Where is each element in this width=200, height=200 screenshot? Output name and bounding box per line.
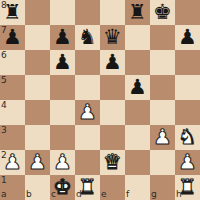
square-b2[interactable]: ♟ [25, 150, 50, 175]
square-f1[interactable]: f [125, 175, 150, 200]
square-g8[interactable]: ♚ [150, 0, 175, 25]
square-c6[interactable]: ♟ [50, 50, 75, 75]
white-pawn[interactable]: ♟ [75, 100, 100, 125]
square-e7[interactable]: ♛ [100, 25, 125, 50]
square-b5[interactable] [25, 75, 50, 100]
rank-label-5: 5 [1, 76, 7, 85]
square-d4[interactable]: ♟ [75, 100, 100, 125]
square-c8[interactable] [50, 0, 75, 25]
square-g7[interactable] [150, 25, 175, 50]
square-a3[interactable]: 3 [0, 125, 25, 150]
square-b1[interactable]: b [25, 175, 50, 200]
square-a6[interactable]: 6 [0, 50, 25, 75]
square-d1[interactable]: d♜ [75, 175, 100, 200]
square-g6[interactable] [150, 50, 175, 75]
square-e5[interactable] [100, 75, 125, 100]
black-king[interactable]: ♚ [150, 0, 175, 25]
square-a5[interactable]: 5 [0, 75, 25, 100]
file-label-d: d [76, 190, 82, 199]
chess-app: 8♜♜♚7♟♟♞♛♟6♟♟5♟4♟3♟♞2♟♟♟♛♟1abc♚d♜efgh♜ [0, 0, 200, 200]
black-rook[interactable]: ♜ [125, 0, 150, 25]
square-e1[interactable]: e [100, 175, 125, 200]
black-pawn[interactable]: ♟ [100, 50, 125, 75]
square-h6[interactable] [175, 50, 200, 75]
square-c5[interactable] [50, 75, 75, 100]
square-f2[interactable] [125, 150, 150, 175]
square-a8[interactable]: 8♜ [0, 0, 25, 25]
square-b3[interactable] [25, 125, 50, 150]
file-label-a: a [1, 190, 7, 199]
square-d7[interactable]: ♞ [75, 25, 100, 50]
square-h8[interactable] [175, 0, 200, 25]
square-d5[interactable] [75, 75, 100, 100]
square-h2[interactable]: ♟ [175, 150, 200, 175]
square-h4[interactable] [175, 100, 200, 125]
black-pawn[interactable]: ♟ [175, 25, 200, 50]
square-a1[interactable]: 1a [0, 175, 25, 200]
square-h1[interactable]: h♜ [175, 175, 200, 200]
white-knight[interactable]: ♞ [175, 125, 200, 150]
square-g5[interactable] [150, 75, 175, 100]
square-h7[interactable]: ♟ [175, 25, 200, 50]
rank-label-7: 7 [1, 26, 7, 35]
black-knight[interactable]: ♞ [75, 25, 100, 50]
square-c3[interactable] [50, 125, 75, 150]
square-d2[interactable] [75, 150, 100, 175]
black-pawn[interactable]: ♟ [50, 25, 75, 50]
square-h5[interactable] [175, 75, 200, 100]
rank-label-4: 4 [1, 101, 7, 110]
square-g4[interactable] [150, 100, 175, 125]
square-f3[interactable] [125, 125, 150, 150]
square-g2[interactable] [150, 150, 175, 175]
square-c7[interactable]: ♟ [50, 25, 75, 50]
rank-label-8: 8 [1, 1, 7, 10]
square-f5[interactable]: ♟ [125, 75, 150, 100]
white-pawn[interactable]: ♟ [150, 125, 175, 150]
square-b4[interactable] [25, 100, 50, 125]
square-a7[interactable]: 7♟ [0, 25, 25, 50]
black-pawn[interactable]: ♟ [50, 50, 75, 75]
file-label-b: b [26, 190, 32, 199]
file-label-c: c [51, 190, 56, 199]
white-pawn[interactable]: ♟ [50, 150, 75, 175]
square-d8[interactable] [75, 0, 100, 25]
square-e8[interactable] [100, 0, 125, 25]
black-pawn[interactable]: ♟ [125, 75, 150, 100]
square-f6[interactable] [125, 50, 150, 75]
square-e4[interactable] [100, 100, 125, 125]
square-a4[interactable]: 4 [0, 100, 25, 125]
square-e3[interactable] [100, 125, 125, 150]
square-b7[interactable] [25, 25, 50, 50]
square-f8[interactable]: ♜ [125, 0, 150, 25]
square-g3[interactable]: ♟ [150, 125, 175, 150]
square-a2[interactable]: 2♟ [0, 150, 25, 175]
square-h3[interactable]: ♞ [175, 125, 200, 150]
square-b6[interactable] [25, 50, 50, 75]
chess-board: 8♜♜♚7♟♟♞♛♟6♟♟5♟4♟3♟♞2♟♟♟♛♟1abc♚d♜efgh♜ [0, 0, 200, 200]
square-c1[interactable]: c♚ [50, 175, 75, 200]
white-pawn[interactable]: ♟ [25, 150, 50, 175]
white-queen[interactable]: ♛ [100, 150, 125, 175]
file-label-f: f [126, 190, 129, 199]
square-c2[interactable]: ♟ [50, 150, 75, 175]
square-g1[interactable]: g [150, 175, 175, 200]
rank-label-3: 3 [1, 126, 7, 135]
rank-label-6: 6 [1, 51, 7, 60]
square-f7[interactable] [125, 25, 150, 50]
square-e2[interactable]: ♛ [100, 150, 125, 175]
square-c4[interactable] [50, 100, 75, 125]
file-label-g: g [151, 190, 157, 199]
file-label-e: e [101, 190, 107, 199]
square-d3[interactable] [75, 125, 100, 150]
black-queen[interactable]: ♛ [100, 25, 125, 50]
file-label-h: h [176, 190, 182, 199]
square-b8[interactable] [25, 0, 50, 25]
square-f4[interactable] [125, 100, 150, 125]
square-e6[interactable]: ♟ [100, 50, 125, 75]
square-d6[interactable] [75, 50, 100, 75]
rank-label-1: 1 [1, 176, 7, 185]
white-pawn[interactable]: ♟ [175, 150, 200, 175]
rank-label-2: 2 [1, 151, 7, 160]
